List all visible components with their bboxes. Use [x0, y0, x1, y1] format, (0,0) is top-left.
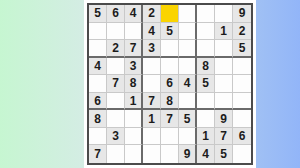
cell-r2c3[interactable]: [125, 23, 143, 41]
cell-r1c8[interactable]: [215, 5, 233, 23]
cell-r6c5[interactable]: 8: [161, 93, 179, 111]
cell-r8c4[interactable]: [143, 128, 161, 146]
cell-r7c9[interactable]: [233, 110, 251, 128]
cell-r4c9[interactable]: [233, 58, 251, 76]
cell-r9c7[interactable]: 4: [197, 145, 215, 163]
cell-r4c1[interactable]: 4: [89, 58, 107, 76]
cell-r1c3[interactable]: 4: [125, 5, 143, 23]
cell-r2c5[interactable]: 5: [161, 23, 179, 41]
cell-r2c8[interactable]: 1: [215, 23, 233, 41]
cell-r7c2[interactable]: [107, 110, 125, 128]
cell-r4c2[interactable]: [107, 58, 125, 76]
cell-r8c9[interactable]: 6: [233, 128, 251, 146]
cell-r4c4[interactable]: [143, 58, 161, 76]
cell-r3c7[interactable]: [197, 40, 215, 58]
cell-r6c1[interactable]: 6: [89, 93, 107, 111]
cell-r9c4[interactable]: [143, 145, 161, 163]
cell-r2c2[interactable]: [107, 23, 125, 41]
cell-r9c6[interactable]: 9: [179, 145, 197, 163]
cell-r1c6[interactable]: [179, 5, 197, 23]
cell-r8c2[interactable]: 3: [107, 128, 125, 146]
cell-r2c1[interactable]: [89, 23, 107, 41]
cell-r7c4[interactable]: 1: [143, 110, 161, 128]
cell-r7c5[interactable]: 7: [161, 110, 179, 128]
cell-r6c8[interactable]: [215, 93, 233, 111]
cell-r6c7[interactable]: [197, 93, 215, 111]
cell-r6c2[interactable]: [107, 93, 125, 111]
cell-r5c2[interactable]: 7: [107, 75, 125, 93]
cell-r3c1[interactable]: [89, 40, 107, 58]
cell-r3c6[interactable]: [179, 40, 197, 58]
cell-r8c8[interactable]: 7: [215, 128, 233, 146]
cell-r5c9[interactable]: [233, 75, 251, 93]
cell-r8c7[interactable]: 1: [197, 128, 215, 146]
cell-r5c3[interactable]: 8: [125, 75, 143, 93]
cell-r3c8[interactable]: [215, 40, 233, 58]
cell-r3c9[interactable]: 5: [233, 40, 251, 58]
cell-r4c5[interactable]: [161, 58, 179, 76]
cell-r7c1[interactable]: 8: [89, 110, 107, 128]
cell-r3c3[interactable]: 7: [125, 40, 143, 58]
cell-r9c9[interactable]: [233, 145, 251, 163]
cell-r3c2[interactable]: 2: [107, 40, 125, 58]
cell-r7c6[interactable]: 5: [179, 110, 197, 128]
cell-r8c1[interactable]: [89, 128, 107, 146]
sudoku-app: 56429451227354387864561788175931767945: [0, 0, 300, 168]
cell-r5c7[interactable]: 5: [197, 75, 215, 93]
cell-r4c3[interactable]: 3: [125, 58, 143, 76]
cell-r1c5[interactable]: [161, 5, 179, 23]
cell-r4c8[interactable]: [215, 58, 233, 76]
cell-r1c2[interactable]: 6: [107, 5, 125, 23]
sudoku-board: 56429451227354387864561788175931767945: [87, 3, 253, 165]
cell-r5c6[interactable]: 4: [179, 75, 197, 93]
cell-r4c7[interactable]: 8: [197, 58, 215, 76]
cell-r2c9[interactable]: 2: [233, 23, 251, 41]
cell-r8c6[interactable]: [179, 128, 197, 146]
cell-r1c4[interactable]: 2: [143, 5, 161, 23]
cell-r2c6[interactable]: [179, 23, 197, 41]
cell-r5c5[interactable]: 6: [161, 75, 179, 93]
cell-r7c8[interactable]: 9: [215, 110, 233, 128]
cell-r6c9[interactable]: [233, 93, 251, 111]
cell-r5c1[interactable]: [89, 75, 107, 93]
cell-r7c3[interactable]: [125, 110, 143, 128]
cell-r3c4[interactable]: 3: [143, 40, 161, 58]
cell-r6c4[interactable]: 7: [143, 93, 161, 111]
cell-r1c7[interactable]: [197, 5, 215, 23]
cell-r9c1[interactable]: 7: [89, 145, 107, 163]
cell-r6c6[interactable]: [179, 93, 197, 111]
cell-r5c4[interactable]: [143, 75, 161, 93]
cell-r9c2[interactable]: [107, 145, 125, 163]
cell-r9c5[interactable]: [161, 145, 179, 163]
cell-r1c9[interactable]: 9: [233, 5, 251, 23]
cell-r7c7[interactable]: [197, 110, 215, 128]
cell-r9c8[interactable]: 5: [215, 145, 233, 163]
cell-r1c1[interactable]: 5: [89, 5, 107, 23]
cell-r2c7[interactable]: [197, 23, 215, 41]
cell-r4c6[interactable]: [179, 58, 197, 76]
cell-r3c5[interactable]: [161, 40, 179, 58]
cell-r8c5[interactable]: [161, 128, 179, 146]
cell-r8c3[interactable]: [125, 128, 143, 146]
cell-r5c8[interactable]: [215, 75, 233, 93]
cell-r9c3[interactable]: [125, 145, 143, 163]
cell-r2c4[interactable]: 4: [143, 23, 161, 41]
cell-r6c3[interactable]: 1: [125, 93, 143, 111]
